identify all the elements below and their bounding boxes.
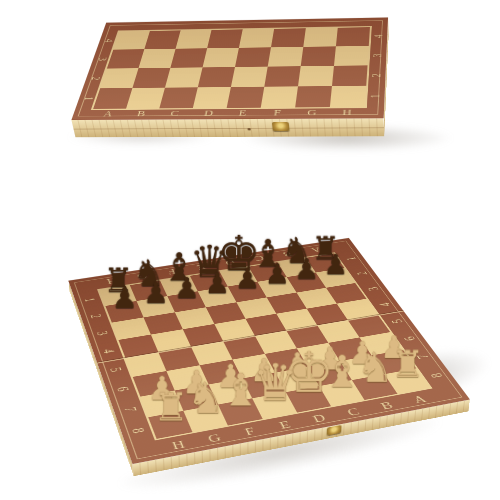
piece-dark-bishop: ♝ [247,234,288,272]
nail-dot [247,128,250,130]
piece-light-pawn: ♟ [138,371,186,403]
piece-light-pawn: ♟ [371,331,416,362]
piece-light-pawn: ♟ [207,359,254,391]
piece-light-rook: ♜ [146,386,195,425]
lid-square-c4 [176,30,212,49]
closed-board-lid: ABCDEFGH 4321 4321 [71,18,388,120]
piece-light-pawn: ♟ [307,342,353,373]
piece-dark-pawn: ♟ [226,263,268,291]
lid-file-label-g: G [294,107,330,118]
closed-box-front-edge [71,118,384,137]
piece-dark-king: ♚ [218,228,259,276]
lid-file-label-d: D [190,108,226,119]
lid-square-g1 [295,86,332,107]
lid-square-h1 [330,86,366,107]
lid-square-d1 [193,87,231,108]
closed-board-scene: ABCDEFGH 4321 4321 [40,0,430,184]
lid-square-e1 [227,87,265,108]
product-photo: ABCDEFGH 4321 4321 HGFEDCBA HGFEDCBA 123… [0,0,500,500]
piece-dark-pawn: ♟ [103,283,146,312]
open-board: HGFEDCBA HGFEDCBA 12345678 12345678 ♜♞♝♛… [68,238,470,464]
lid-square-g4 [303,28,337,47]
piece-dark-bishop: ♝ [158,247,199,286]
piece-light-rook: ♜ [384,344,430,381]
lid-square-g3 [301,46,336,66]
closed-box-right-edge [384,18,389,137]
lid-square-c3 [170,48,207,68]
lid-square-c1 [159,87,197,108]
piece-light-pawn: ♟ [274,348,320,380]
lid-square-d3 [203,48,239,68]
piece-light-bishop: ♝ [318,349,365,393]
lid-square-h4 [336,27,370,46]
lid-square-d4 [207,29,243,48]
piece-light-pawn: ♟ [173,365,220,397]
lid-square-c2 [165,67,203,87]
piece-dark-knight: ♞ [128,254,170,291]
lid-square-f1 [261,86,298,107]
lid-square-d2 [198,67,235,87]
piece-dark-pawn: ♟ [256,259,297,287]
lid-square-e3 [235,47,271,67]
piece-dark-pawn: ♟ [286,254,327,282]
piece-light-king: ♚ [285,343,332,399]
piece-dark-pawn: ♟ [196,268,238,297]
piece-light-queen: ♛ [251,354,299,405]
lid-file-label-e: E [224,108,260,119]
piece-dark-pawn: ♟ [165,273,207,302]
clasp-icon [272,122,290,131]
lid-square-e2 [231,67,268,87]
pieces-layer: ♜♞♝♛♚♝♞♜♟♟♟♟♟♟♟♟♟♟♟♟♟♟♟♟♜♞♝♛♚♝♞♜ [99,253,430,438]
lid-file-label-c: C [156,108,193,119]
piece-light-pawn: ♟ [241,354,288,386]
lid-file-label-h: H [329,107,365,119]
piece-light-pawn: ♟ [339,336,385,367]
box-halves-seam [74,128,385,130]
lid-square-f2 [264,66,300,87]
open-board-scene: HGFEDCBA HGFEDCBA 12345678 12345678 ♜♞♝♛… [45,186,465,496]
piece-light-knight: ♞ [351,346,398,387]
piece-light-knight: ♞ [181,375,229,418]
piece-light-bishop: ♝ [216,367,264,412]
lid-file-label-b: B [123,108,160,119]
piece-dark-pawn: ♟ [134,278,176,307]
closed-board-grid [93,27,370,109]
lid-file-label-a: A [89,109,126,120]
lid-square-f4 [271,28,306,47]
lid-square-h3 [334,46,369,66]
piece-dark-pawn: ♟ [315,250,356,278]
lid-square-h2 [332,65,368,86]
lid-square-g2 [298,66,334,87]
piece-dark-rook: ♜ [305,231,345,263]
lid-file-label-f: F [259,107,295,118]
piece-dark-queen: ♛ [188,237,229,281]
lid-square-f3 [268,47,304,67]
clasp-icon [327,425,342,436]
piece-dark-rook: ♜ [97,262,139,295]
lid-square-e4 [239,29,274,48]
piece-dark-knight: ♞ [276,232,316,268]
